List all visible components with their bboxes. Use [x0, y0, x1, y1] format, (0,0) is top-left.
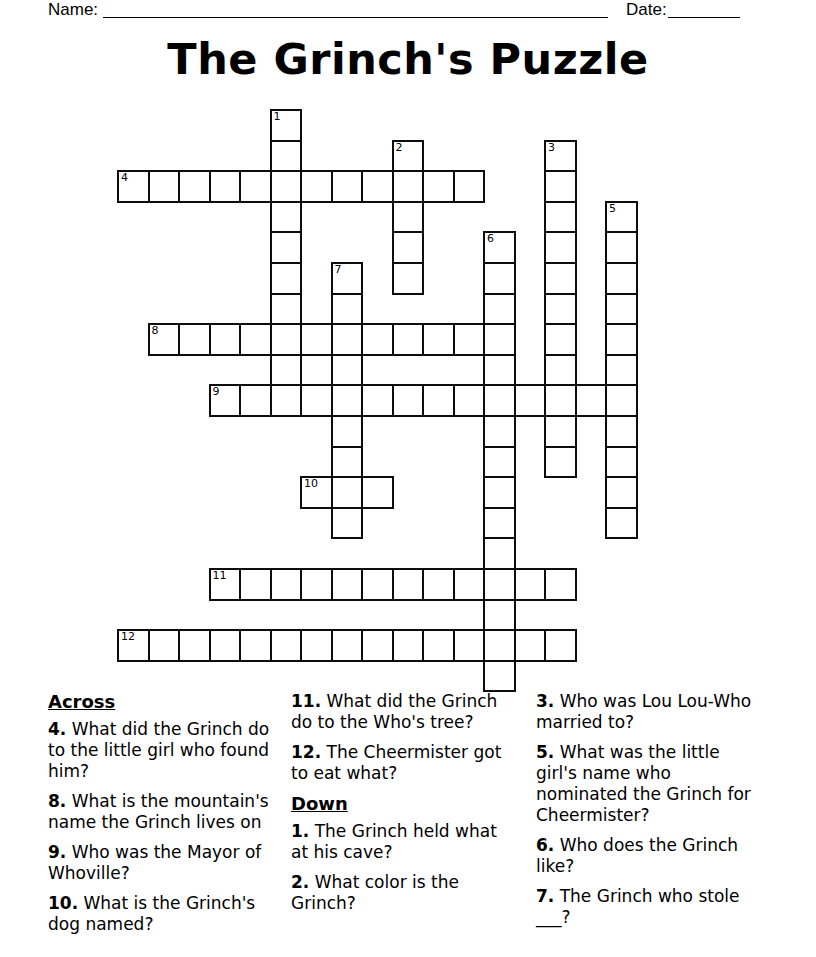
grid-cell-c14-r1[interactable]: 3: [544, 140, 577, 173]
grid-cell-c5-r4[interactable]: [270, 231, 303, 264]
grid-cell-c5-r1[interactable]: [270, 140, 303, 173]
grid-cell-c9-r1[interactable]: 2: [392, 140, 425, 173]
clue-across-8: 8. What is the mountain's name the Grinc…: [48, 791, 275, 833]
down-heading: Down: [291, 793, 518, 814]
clues-column-3: 3. Who was Lou Lou-Who married to?5. Wha…: [536, 691, 754, 937]
grid-cell-c0-r17[interactable]: 12: [117, 629, 150, 662]
cell-number-4: 4: [121, 172, 128, 184]
clue-down-3: 3. Who was Lou Lou-Who married to?: [536, 691, 754, 733]
grid-cell-c16-r11[interactable]: [605, 446, 638, 479]
page-title: The Grinch's Puzzle: [0, 34, 816, 84]
cell-number-5: 5: [609, 203, 616, 215]
grid-cell-c6-r2[interactable]: [300, 170, 333, 203]
grid-cell-c13-r9[interactable]: [514, 384, 547, 417]
grid-cell-c12-r18[interactable]: [483, 660, 516, 693]
clue-across-11: 11. What did the Grinch do to the Who's …: [291, 691, 518, 733]
grid-cell-c4-r15[interactable]: [239, 568, 272, 601]
grid-cell-c11-r7[interactable]: [453, 323, 486, 356]
grid-cell-c5-r6[interactable]: [270, 293, 303, 326]
crossword-grid: 123456789101112: [118, 110, 638, 693]
clue-text: What did the Grinch do to the little gir…: [48, 719, 269, 781]
grid-cell-c3-r17[interactable]: [209, 629, 242, 662]
grid-cell-c1-r2[interactable]: [148, 170, 181, 203]
grid-cell-c11-r15[interactable]: [453, 568, 486, 601]
grid-cell-c12-r12[interactable]: [483, 476, 516, 509]
grid-cell-c4-r17[interactable]: [239, 629, 272, 662]
grid-cell-c7-r5[interactable]: 7: [331, 262, 364, 295]
grid-cell-c5-r0[interactable]: 1: [270, 109, 303, 142]
cell-number-1: 1: [274, 111, 281, 123]
grid-cell-c7-r2[interactable]: [331, 170, 364, 203]
grid-cell-c12-r8[interactable]: [483, 354, 516, 387]
date-label: Date:: [626, 0, 667, 20]
grid-cell-c8-r12[interactable]: [361, 476, 394, 509]
clue-number: 10.: [48, 893, 78, 913]
grid-cell-c14-r3[interactable]: [544, 201, 577, 234]
clue-text: What is the Grinch's dog named?: [48, 893, 255, 934]
grid-cell-c16-r3[interactable]: 5: [605, 201, 638, 234]
cell-number-10: 10: [304, 478, 318, 490]
grid-cell-c4-r2[interactable]: [239, 170, 272, 203]
grid-cell-c9-r4[interactable]: [392, 231, 425, 264]
clue-down-6: 6. Who does the Grinch like?: [536, 835, 754, 877]
grid-cell-c12-r16[interactable]: [483, 599, 516, 632]
clues-column-2: 11. What did the Grinch do to the Who's …: [291, 691, 518, 923]
grid-cell-c12-r11[interactable]: [483, 446, 516, 479]
grid-cell-c16-r4[interactable]: [605, 231, 638, 264]
grid-cell-c12-r13[interactable]: [483, 507, 516, 540]
grid-cell-c14-r5[interactable]: [544, 262, 577, 295]
grid-cell-c14-r7[interactable]: [544, 323, 577, 356]
grid-cell-c10-r15[interactable]: [422, 568, 455, 601]
grid-cell-c14-r2[interactable]: [544, 170, 577, 203]
grid-cell-c16-r8[interactable]: [605, 354, 638, 387]
grid-cell-c16-r12[interactable]: [605, 476, 638, 509]
grid-cell-c0-r2[interactable]: 4: [117, 170, 150, 203]
cell-number-3: 3: [548, 142, 555, 154]
grid-cell-c12-r6[interactable]: [483, 293, 516, 326]
grid-cell-c13-r15[interactable]: [514, 568, 547, 601]
grid-cell-c5-r3[interactable]: [270, 201, 303, 234]
grid-cell-c4-r7[interactable]: [239, 323, 272, 356]
clue-number: 7.: [536, 886, 554, 906]
name-blank-line[interactable]: [103, 1, 608, 18]
clue-number: 11.: [291, 691, 321, 711]
grid-cell-c9-r2[interactable]: [392, 170, 425, 203]
grid-cell-c7-r10[interactable]: [331, 415, 364, 448]
clue-number: 9.: [48, 842, 66, 862]
grid-cell-c7-r15[interactable]: [331, 568, 364, 601]
grid-cell-c3-r7[interactable]: [209, 323, 242, 356]
grid-cell-c16-r5[interactable]: [605, 262, 638, 295]
cell-number-9: 9: [213, 386, 220, 398]
grid-cell-c8-r9[interactable]: [361, 384, 394, 417]
clue-number: 12.: [291, 742, 321, 762]
grid-cell-c7-r13[interactable]: [331, 507, 364, 540]
grid-cell-c8-r15[interactable]: [361, 568, 394, 601]
grid-cell-c14-r9[interactable]: [544, 384, 577, 417]
grid-cell-c12-r10[interactable]: [483, 415, 516, 448]
grid-cell-c16-r9[interactable]: [605, 384, 638, 417]
grid-cell-c14-r10[interactable]: [544, 415, 577, 448]
grid-cell-c16-r13[interactable]: [605, 507, 638, 540]
clue-number: 2.: [291, 872, 309, 892]
grid-cell-c12-r15[interactable]: [483, 568, 516, 601]
clue-number: 3.: [536, 691, 554, 711]
clue-down-7: 7. The Grinch who stole ___?: [536, 886, 754, 928]
grid-cell-c16-r7[interactable]: [605, 323, 638, 356]
grid-cell-c5-r2[interactable]: [270, 170, 303, 203]
grid-cell-c15-r9[interactable]: [575, 384, 608, 417]
clue-text: The Grinch who stole ___?: [536, 886, 740, 927]
cell-number-12: 12: [121, 631, 135, 643]
grid-cell-c16-r10[interactable]: [605, 415, 638, 448]
grid-cell-c10-r2[interactable]: [422, 170, 455, 203]
grid-cell-c11-r9[interactable]: [453, 384, 486, 417]
grid-cell-c6-r7[interactable]: [300, 323, 333, 356]
grid-cell-c14-r8[interactable]: [544, 354, 577, 387]
grid-cell-c7-r12[interactable]: [331, 476, 364, 509]
grid-cell-c9-r15[interactable]: [392, 568, 425, 601]
clue-across-10: 10. What is the Grinch's dog named?: [48, 893, 275, 935]
clue-number: 6.: [536, 835, 554, 855]
grid-cell-c5-r17[interactable]: [270, 629, 303, 662]
grid-cell-c7-r17[interactable]: [331, 629, 364, 662]
clue-number: 5.: [536, 742, 554, 762]
grid-cell-c14-r4[interactable]: [544, 231, 577, 264]
grid-cell-c2-r17[interactable]: [178, 629, 211, 662]
clue-text: What is the mountain's name the Grinch l…: [48, 791, 269, 832]
grid-cell-c1-r7[interactable]: 8: [148, 323, 181, 356]
grid-cell-c12-r9[interactable]: [483, 384, 516, 417]
grid-cell-c11-r2[interactable]: [453, 170, 486, 203]
name-label: Name:: [48, 0, 98, 20]
grid-cell-c7-r9[interactable]: [331, 384, 364, 417]
grid-cell-c14-r6[interactable]: [544, 293, 577, 326]
clue-down-2: 2. What color is the Grinch?: [291, 872, 518, 914]
grid-cell-c8-r7[interactable]: [361, 323, 394, 356]
grid-cell-c9-r9[interactable]: [392, 384, 425, 417]
grid-cell-c10-r7[interactable]: [422, 323, 455, 356]
clue-number: 1.: [291, 821, 309, 841]
clue-down-1: 1. The Grinch held what at his cave?: [291, 821, 518, 863]
clue-across-12: 12. The Cheermister got to eat what?: [291, 742, 518, 784]
grid-cell-c10-r9[interactable]: [422, 384, 455, 417]
clue-text: The Grinch held what at his cave?: [291, 821, 497, 862]
grid-cell-c16-r6[interactable]: [605, 293, 638, 326]
grid-cell-c8-r2[interactable]: [361, 170, 394, 203]
grid-cell-c5-r5[interactable]: [270, 262, 303, 295]
grid-cell-c11-r17[interactable]: [453, 629, 486, 662]
clue-text: What was the little girl's name who nomi…: [536, 742, 751, 825]
grid-cell-c5-r8[interactable]: [270, 354, 303, 387]
clue-text: The Cheermister got to eat what?: [291, 742, 501, 783]
cell-number-2: 2: [396, 142, 403, 154]
clues-column-1: Across4. What did the Grinch do to the l…: [48, 691, 275, 944]
grid-cell-c9-r3[interactable]: [392, 201, 425, 234]
grid-cell-c2-r2[interactable]: [178, 170, 211, 203]
clue-text: What did the Grinch do to the Who's tree…: [291, 691, 497, 732]
grid-cell-c7-r7[interactable]: [331, 323, 364, 356]
clue-across-9: 9. Who was the Mayor of Whoville?: [48, 842, 275, 884]
grid-cell-c7-r6[interactable]: [331, 293, 364, 326]
grid-cell-c9-r5[interactable]: [392, 262, 425, 295]
grid-cell-c2-r7[interactable]: [178, 323, 211, 356]
grid-cell-c4-r9[interactable]: [239, 384, 272, 417]
clue-text: Who was Lou Lou-Who married to?: [536, 691, 751, 732]
grid-cell-c3-r15[interactable]: 11: [209, 568, 242, 601]
grid-cell-c14-r15[interactable]: [544, 568, 577, 601]
grid-cell-c9-r7[interactable]: [392, 323, 425, 356]
across-heading: Across: [48, 691, 275, 712]
grid-cell-c12-r4[interactable]: 6: [483, 231, 516, 264]
grid-cell-c13-r17[interactable]: [514, 629, 547, 662]
grid-cell-c7-r8[interactable]: [331, 354, 364, 387]
grid-cell-c14-r17[interactable]: [544, 629, 577, 662]
cell-number-7: 7: [335, 264, 342, 276]
clue-across-4: 4. What did the Grinch do to the little …: [48, 719, 275, 782]
grid-cell-c12-r17[interactable]: [483, 629, 516, 662]
clue-text: Who was the Mayor of Whoville?: [48, 842, 261, 883]
clue-number: 8.: [48, 791, 66, 811]
grid-cell-c3-r9[interactable]: 9: [209, 384, 242, 417]
grid-cell-c5-r15[interactable]: [270, 568, 303, 601]
grid-cell-c12-r5[interactable]: [483, 262, 516, 295]
grid-cell-c6-r17[interactable]: [300, 629, 333, 662]
grid-cell-c6-r9[interactable]: [300, 384, 333, 417]
clue-down-5: 5. What was the little girl's name who n…: [536, 742, 754, 826]
clue-text: Who does the Grinch like?: [536, 835, 738, 876]
grid-cell-c10-r17[interactable]: [422, 629, 455, 662]
grid-cell-c7-r11[interactable]: [331, 446, 364, 479]
clue-number: 4.: [48, 719, 66, 739]
grid-cell-c8-r17[interactable]: [361, 629, 394, 662]
cell-number-11: 11: [213, 570, 227, 582]
grid-cell-c5-r9[interactable]: [270, 384, 303, 417]
grid-cell-c12-r14[interactable]: [483, 537, 516, 570]
clue-text: What color is the Grinch?: [291, 872, 459, 913]
grid-cell-c14-r11[interactable]: [544, 446, 577, 479]
cell-number-8: 8: [152, 325, 159, 337]
date-blank-line[interactable]: [668, 1, 740, 18]
grid-cell-c5-r7[interactable]: [270, 323, 303, 356]
grid-cell-c6-r15[interactable]: [300, 568, 333, 601]
cell-number-6: 6: [487, 233, 494, 245]
grid-cell-c1-r17[interactable]: [148, 629, 181, 662]
grid-cell-c6-r12[interactable]: 10: [300, 476, 333, 509]
grid-cell-c9-r17[interactable]: [392, 629, 425, 662]
grid-cell-c12-r7[interactable]: [483, 323, 516, 356]
grid-cell-c3-r2[interactable]: [209, 170, 242, 203]
